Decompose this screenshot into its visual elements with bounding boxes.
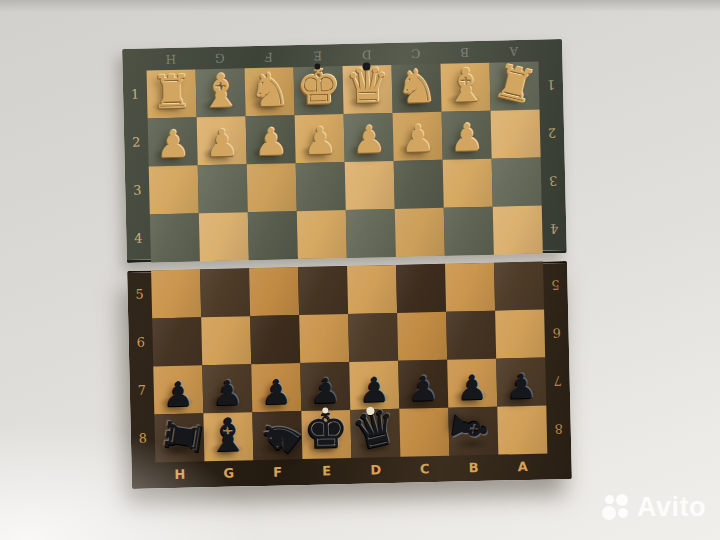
square-g3	[198, 164, 248, 213]
square-h8	[154, 413, 204, 462]
square-h5	[151, 269, 201, 318]
square-c7	[398, 360, 448, 409]
square-d7	[349, 361, 399, 410]
square-c4	[395, 208, 445, 257]
avito-logo-icon	[602, 494, 632, 522]
square-f4	[248, 211, 298, 260]
square-g8	[203, 412, 253, 461]
square-f1	[245, 67, 295, 116]
square-g2	[197, 116, 247, 165]
square-c3	[394, 160, 444, 209]
square-b8	[448, 407, 498, 456]
square-g1	[196, 68, 246, 117]
square-e1	[294, 66, 344, 115]
square-e3	[296, 162, 346, 211]
square-g4	[199, 212, 249, 261]
square-b5	[445, 263, 495, 312]
square-a2	[491, 110, 541, 159]
square-h2	[148, 117, 198, 166]
square-b2	[442, 111, 492, 160]
square-b4	[444, 207, 494, 256]
square-c8	[399, 408, 449, 457]
square-d8	[350, 409, 400, 458]
square-b6	[446, 311, 496, 360]
square-e5	[298, 266, 348, 315]
square-c2	[393, 112, 443, 161]
square-h1	[147, 69, 197, 118]
square-h4	[150, 213, 200, 262]
square-c5	[396, 264, 446, 313]
square-b3	[443, 159, 493, 208]
square-c1	[391, 64, 441, 113]
square-g5	[200, 268, 250, 317]
square-f7	[251, 363, 301, 412]
square-a8	[497, 406, 547, 455]
square-e2	[295, 114, 345, 163]
square-f6	[250, 315, 300, 364]
square-h3	[149, 165, 199, 214]
square-h6	[152, 317, 202, 366]
watermark-text: Avito	[637, 492, 706, 523]
square-d3	[345, 161, 395, 210]
square-c6	[397, 312, 447, 361]
square-e6	[299, 314, 349, 363]
square-b1	[440, 63, 490, 112]
square-d6	[348, 313, 398, 362]
square-d4	[346, 209, 396, 258]
square-g6	[201, 316, 251, 365]
square-h7	[153, 365, 203, 414]
square-d2	[344, 113, 394, 162]
square-a7	[496, 358, 546, 407]
square-f3	[247, 163, 297, 212]
square-f8	[252, 411, 302, 460]
file-label-bottom-h: H	[156, 466, 205, 482]
square-e4	[297, 210, 347, 259]
square-d1	[343, 65, 393, 114]
square-a1	[489, 62, 539, 111]
chess-board: 1234567812345678HGFEDCBAHGFEDCBA♜♝♞♚♛♞♝♜…	[122, 39, 572, 489]
avito-watermark: Avito	[602, 492, 706, 523]
square-f5	[249, 267, 299, 316]
square-a3	[492, 158, 542, 207]
square-g7	[202, 364, 252, 413]
square-d5	[347, 265, 397, 314]
square-b7	[447, 359, 497, 408]
square-f2	[246, 115, 296, 164]
black-rook-icon: ♜	[157, 413, 209, 461]
square-a5	[494, 262, 544, 311]
photo-background: 1234567812345678HGFEDCBAHGFEDCBA♜♝♞♚♛♞♝♜…	[0, 0, 720, 540]
rank-label-left-8: 8	[131, 430, 155, 446]
square-a4	[493, 206, 543, 255]
square-a6	[495, 310, 545, 359]
square-e8	[301, 410, 351, 459]
file-label-bottom-g: G	[205, 465, 254, 481]
square-e7	[300, 362, 350, 411]
